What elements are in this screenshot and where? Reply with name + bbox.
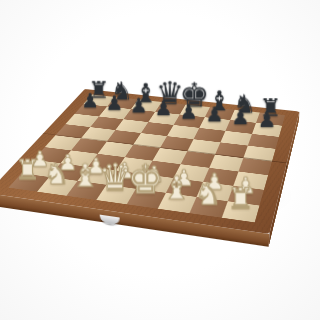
- chess-board: ♜♞♝♛♚♝♞♜♟♟♟♟♟♟♟♟♟♟♟♟♟♟♟♟♜♞♝♛♚♝♞♜: [0, 89, 299, 234]
- product-photo: ♜♞♝♛♚♝♞♜♟♟♟♟♟♟♟♟♟♟♟♟♟♟♟♟♜♞♝♛♚♝♞♜: [0, 0, 320, 320]
- black-pawn[interactable]: ♟: [250, 110, 284, 131]
- fold-seam-edge: [286, 163, 287, 175]
- white-rook[interactable]: ♜: [219, 184, 261, 213]
- scene: ♜♞♝♛♚♝♞♜♟♟♟♟♟♟♟♟♟♟♟♟♟♟♟♟♜♞♝♛♚♝♞♜: [0, 0, 320, 320]
- clasp: [100, 215, 120, 226]
